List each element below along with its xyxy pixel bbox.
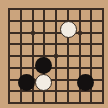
intersection[interactable] <box>35 57 52 74</box>
intersection[interactable] <box>11 48 19 57</box>
intersection[interactable] <box>52 38 60 47</box>
intersection[interactable] <box>60 3 77 12</box>
intersection[interactable] <box>3 38 11 47</box>
black-stone[interactable] <box>77 74 94 91</box>
intersection[interactable] <box>60 91 77 100</box>
intersection[interactable] <box>101 91 108 100</box>
intersection[interactable] <box>11 74 19 91</box>
intersection[interactable] <box>3 48 11 57</box>
intersection[interactable] <box>94 3 102 12</box>
intersection[interactable] <box>11 21 19 38</box>
intersection[interactable] <box>3 100 11 108</box>
intersection[interactable] <box>35 74 52 91</box>
intersection[interactable] <box>101 100 108 108</box>
intersection[interactable] <box>11 3 19 12</box>
go-board <box>0 0 108 108</box>
intersection[interactable] <box>77 57 94 74</box>
intersection[interactable] <box>94 100 102 108</box>
board-grid <box>3 3 108 108</box>
intersection[interactable] <box>11 12 19 21</box>
intersection[interactable] <box>52 74 60 91</box>
intersection[interactable] <box>77 74 94 91</box>
intersection[interactable] <box>3 21 11 38</box>
intersection[interactable] <box>11 57 19 74</box>
intersection[interactable] <box>3 57 11 74</box>
intersection[interactable] <box>101 3 108 12</box>
intersection[interactable] <box>52 12 60 21</box>
intersection[interactable] <box>101 74 108 91</box>
intersection[interactable] <box>101 21 108 38</box>
intersection[interactable] <box>52 100 60 108</box>
intersection[interactable] <box>3 74 11 91</box>
intersection[interactable] <box>77 38 94 47</box>
intersection[interactable] <box>94 91 102 100</box>
intersection[interactable] <box>94 74 102 91</box>
intersection[interactable] <box>77 21 94 38</box>
intersection[interactable] <box>77 48 94 57</box>
white-stone[interactable] <box>60 21 77 38</box>
intersection[interactable] <box>94 38 102 47</box>
intersection[interactable] <box>60 21 77 38</box>
intersection[interactable] <box>11 91 19 100</box>
intersection[interactable] <box>35 48 52 57</box>
intersection[interactable] <box>35 3 52 12</box>
intersection[interactable] <box>60 74 77 91</box>
intersection[interactable] <box>18 57 35 74</box>
intersection[interactable] <box>77 91 94 100</box>
intersection[interactable] <box>3 91 11 100</box>
intersection[interactable] <box>52 57 60 74</box>
intersection[interactable] <box>60 12 77 21</box>
intersection[interactable] <box>60 38 77 47</box>
intersection[interactable] <box>60 100 77 108</box>
intersection[interactable] <box>11 100 19 108</box>
intersection[interactable] <box>18 12 35 21</box>
intersection[interactable] <box>77 3 94 12</box>
intersection[interactable] <box>18 21 35 38</box>
intersection[interactable] <box>18 38 35 47</box>
intersection[interactable] <box>60 57 77 74</box>
intersection[interactable] <box>101 57 108 74</box>
intersection[interactable] <box>52 91 60 100</box>
intersection[interactable] <box>35 12 52 21</box>
intersection[interactable] <box>18 91 35 100</box>
intersection[interactable] <box>77 12 94 21</box>
intersection[interactable] <box>94 57 102 74</box>
intersection[interactable] <box>94 48 102 57</box>
intersection[interactable] <box>94 21 102 38</box>
intersection[interactable] <box>94 12 102 21</box>
intersection[interactable] <box>3 12 11 21</box>
intersection[interactable] <box>11 38 19 47</box>
intersection[interactable] <box>52 48 60 57</box>
intersection[interactable] <box>35 91 52 100</box>
intersection[interactable] <box>101 12 108 21</box>
intersection[interactable] <box>35 100 52 108</box>
intersection[interactable] <box>18 74 35 91</box>
intersection[interactable] <box>52 3 60 12</box>
black-stone[interactable] <box>18 74 35 91</box>
intersection[interactable] <box>77 100 94 108</box>
intersection[interactable] <box>18 100 35 108</box>
intersection[interactable] <box>3 3 11 12</box>
intersection[interactable] <box>101 38 108 47</box>
intersection[interactable] <box>35 21 52 38</box>
intersection[interactable] <box>18 48 35 57</box>
intersection[interactable] <box>101 48 108 57</box>
intersection[interactable] <box>60 48 77 57</box>
white-stone[interactable] <box>35 74 52 91</box>
black-stone[interactable] <box>35 57 52 74</box>
intersection[interactable] <box>52 21 60 38</box>
intersection[interactable] <box>35 38 52 47</box>
intersection[interactable] <box>18 3 35 12</box>
